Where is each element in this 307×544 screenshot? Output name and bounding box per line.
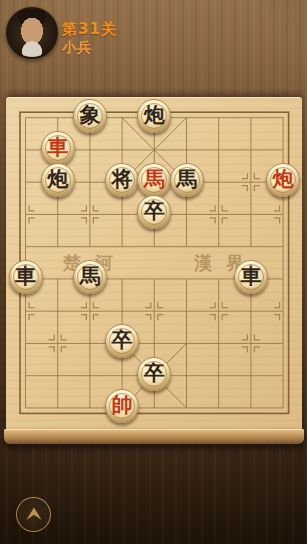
piece-glyph: 馬 [144,162,165,196]
piece-black-soldier[interactable]: 卒 [137,357,171,391]
piece-black-elephant[interactable]: 象 [73,99,107,133]
piece-glyph: 象 [79,98,100,132]
piece-glyph: 馬 [176,162,197,196]
piece-glyph: 帥 [112,388,133,422]
piece-glyph: 炮 [47,162,68,196]
piece-red-chariot[interactable]: 車 [41,131,75,165]
piece-glyph: 卒 [112,323,133,357]
xiangqi-board[interactable]: 楚河 漢界 象炮車炮将馬馬炮卒車馬車卒卒帥 [6,97,302,430]
piece-glyph: 車 [47,130,68,164]
piece-black-cannon[interactable]: 炮 [41,163,75,197]
piece-glyph: 将 [112,162,133,196]
piece-red-general[interactable]: 帥 [105,389,139,423]
chevron-up-icon [24,506,44,524]
piece-black-horse[interactable]: 馬 [170,163,204,197]
piece-black-cannon[interactable]: 炮 [137,99,171,133]
board-front-edge [4,429,304,444]
piece-glyph: 卒 [144,194,165,228]
piece-glyph: 卒 [144,356,165,390]
opponent-name: 小兵 [62,39,92,57]
piece-glyph: 炮 [273,162,294,196]
piece-glyph: 車 [15,259,36,293]
game-screen: 第31关 小兵 楚河 漢界 象炮車炮将馬馬炮卒車馬車卒卒帥 [0,0,307,544]
piece-black-horse[interactable]: 馬 [73,260,107,294]
piece-glyph: 炮 [144,98,165,132]
piece-black-chariot[interactable]: 車 [9,260,43,294]
back-button[interactable] [16,497,51,532]
piece-glyph: 車 [240,259,261,293]
match-header: 第31关 小兵 [0,0,307,70]
level-label: 第31关 [62,20,117,39]
piece-black-chariot[interactable]: 車 [234,260,268,294]
opponent-avatar [6,7,58,59]
piece-glyph: 馬 [79,259,100,293]
